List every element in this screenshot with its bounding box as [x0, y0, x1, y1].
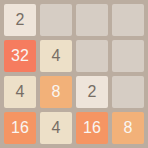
- tile-2-r1c1: 2: [4, 4, 36, 36]
- tile-8-r3c2: 8: [40, 76, 72, 108]
- game-board-2048[interactable]: 2324482164168: [0, 0, 148, 148]
- empty-cell-r2c3: [76, 40, 108, 72]
- tile-2-r3c3: 2: [76, 76, 108, 108]
- empty-cell-r1c3: [76, 4, 108, 36]
- empty-cell-r1c4: [112, 4, 144, 36]
- tile-32-r2c1: 32: [4, 40, 36, 72]
- tile-4-r3c1: 4: [4, 76, 36, 108]
- tile-4-r2c2: 4: [40, 40, 72, 72]
- tile-8-r4c4: 8: [112, 112, 144, 144]
- empty-cell-r3c4: [112, 76, 144, 108]
- empty-cell-r2c4: [112, 40, 144, 72]
- tile-4-r4c2: 4: [40, 112, 72, 144]
- empty-cell-r1c2: [40, 4, 72, 36]
- tile-16-r4c1: 16: [4, 112, 36, 144]
- tile-16-r4c3: 16: [76, 112, 108, 144]
